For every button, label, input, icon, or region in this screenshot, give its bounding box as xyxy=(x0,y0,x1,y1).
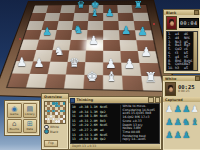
square-d4[interactable] xyxy=(69,40,87,51)
square-e1[interactable] xyxy=(83,75,103,90)
square-c5[interactable] xyxy=(55,30,72,40)
move-list-scrollbar[interactable] xyxy=(193,32,197,70)
analysis-window: Thinking 10+0.381.1MNxd510+0.341.3MQe211… xyxy=(68,96,162,150)
square-h8[interactable] xyxy=(132,5,148,13)
square-f4[interactable] xyxy=(103,40,120,51)
square-d8[interactable] xyxy=(74,5,89,13)
square-h7[interactable] xyxy=(133,13,150,21)
captured-black-knight: ♞ xyxy=(182,117,190,127)
miniboard-panel: Overview White Black Flip xyxy=(41,93,69,150)
analysis-cell: 3.8M xyxy=(90,137,100,142)
tray-title: Captured xyxy=(165,98,183,102)
black-panel-title: Black xyxy=(166,11,176,15)
square-f2[interactable] xyxy=(103,62,122,75)
close-button[interactable] xyxy=(155,97,161,103)
square-c1[interactable] xyxy=(45,74,66,88)
square-h1[interactable] xyxy=(141,76,163,91)
black-player-clock: 00:04 xyxy=(179,18,199,28)
captured-black-pawn: ♟ xyxy=(174,130,182,140)
square-h4[interactable] xyxy=(136,40,155,51)
square-h5[interactable] xyxy=(135,30,153,40)
white-player-portrait xyxy=(165,82,176,96)
square-g8[interactable] xyxy=(117,5,132,13)
square-g6[interactable] xyxy=(118,21,135,30)
shortcut-data-button[interactable]: ⊞ Data xyxy=(23,119,38,134)
square-e5[interactable] xyxy=(87,30,103,40)
move-list-rows: 1.e4d62.d4Nf63.Nc3g64.Be3Bg75.Qd2c66.f3b… xyxy=(168,33,193,71)
flip-board-button[interactable]: Flip xyxy=(44,140,58,147)
square-f1[interactable] xyxy=(103,75,123,90)
black-player-portrait xyxy=(166,16,177,30)
shortcut-label: Rooms xyxy=(10,128,19,131)
square-e4[interactable] xyxy=(86,40,103,51)
miniboard-title: Overview xyxy=(44,95,62,99)
window-buttons xyxy=(148,97,160,103)
square-h6[interactable] xyxy=(134,21,151,30)
captured-black-pawn: ♟ xyxy=(165,117,173,127)
shortcut-label: Data xyxy=(26,128,33,131)
square-h3[interactable] xyxy=(138,51,158,63)
square-c7[interactable] xyxy=(59,13,75,21)
white-player-clock-note: 0:00:25 xyxy=(178,90,199,94)
square-e6[interactable] xyxy=(87,21,103,30)
captured-black-pawn: ♟ xyxy=(182,130,190,140)
captured-black-pawn: ♟ xyxy=(182,104,190,114)
square-c8[interactable] xyxy=(60,5,75,13)
square-e8[interactable] xyxy=(89,5,103,13)
white-player-row: 00:25 0:00:25 xyxy=(163,81,200,97)
square-c6[interactable] xyxy=(57,21,74,30)
square-d3[interactable] xyxy=(68,50,86,62)
square-f3[interactable] xyxy=(103,51,121,63)
move-list: 1.e4d62.d4Nf63.Nc3g64.Be3Bg75.Qd2c66.f3b… xyxy=(166,31,198,71)
legend-black: Black xyxy=(42,129,68,134)
captured-pieces-tray: ♟♟♟♟♟♟♞♝♟♟♟ xyxy=(163,102,200,142)
black-legend-dot xyxy=(44,129,49,134)
square-f6[interactable] xyxy=(103,21,119,30)
minimize-button[interactable] xyxy=(148,97,154,103)
shortcut-game-button[interactable]: ◉ Game xyxy=(7,103,22,118)
square-e7[interactable] xyxy=(88,13,103,21)
analysis-title: Thinking xyxy=(77,98,94,102)
square-f5[interactable] xyxy=(103,30,120,40)
square-d7[interactable] xyxy=(73,13,88,21)
captured-black-pawn: ♟ xyxy=(174,117,182,127)
analysis-cell: Qe2 xyxy=(100,137,118,142)
mini-square xyxy=(63,120,66,123)
square-f7[interactable] xyxy=(103,13,118,21)
captured-black-pawn: ♟ xyxy=(174,104,182,114)
captured-white-pawn: ♟ xyxy=(191,104,199,114)
white-panel-title: White xyxy=(165,77,176,81)
square-g2[interactable] xyxy=(121,63,141,76)
panel-menu-button[interactable] xyxy=(194,10,199,15)
analysis-status: Depth 13 +0.33 xyxy=(70,144,160,149)
shortcuts-panel: ◉ Game ▤ Library ⌂ Rooms ⊞ Data xyxy=(4,100,40,136)
analysis-cell: +0.30 xyxy=(79,137,90,142)
analysis-note-line: reply 14...exd5 xyxy=(123,138,159,142)
white-player-panel: White 00:25 0:00:25 Captured ♟♟♟♟♟♟♞♝♟♟♟ xyxy=(162,75,200,150)
square-e2[interactable] xyxy=(84,62,103,75)
analysis-cell: 13 xyxy=(72,137,79,142)
white-player-clock-block: 00:25 0:00:25 xyxy=(178,84,199,94)
captured-black-bishop: ♝ xyxy=(191,117,199,127)
square-g1[interactable] xyxy=(122,76,143,91)
square-g7[interactable] xyxy=(118,13,134,21)
board-squares xyxy=(8,5,164,91)
shortcut-label: Library xyxy=(25,113,35,116)
mini-piece xyxy=(63,120,66,123)
square-d6[interactable] xyxy=(72,21,88,30)
shortcut-library-button[interactable]: ▤ Library xyxy=(23,103,38,118)
square-c2[interactable] xyxy=(48,62,68,75)
square-g4[interactable] xyxy=(120,40,138,51)
analysis-body: 10+0.381.1MNxd510+0.341.3MQe211+0.381.8M… xyxy=(70,103,160,144)
black-player-panel: Black 00:04 1.e4d62.d4Nf63.Nc3g64.Be3Bg7… xyxy=(163,9,200,74)
legend-white-label: White xyxy=(50,125,59,129)
square-e3[interactable] xyxy=(85,51,103,63)
black-player-row: 00:04 xyxy=(164,15,200,31)
shortcut-rooms-button[interactable]: ⌂ Rooms xyxy=(7,119,22,134)
square-d1[interactable] xyxy=(64,75,84,89)
square-d5[interactable] xyxy=(71,30,88,40)
captured-black-pawn: ♟ xyxy=(165,130,173,140)
square-c3[interactable] xyxy=(50,50,69,62)
mini-2d-board xyxy=(44,101,67,124)
captured-white-pawn: ♟ xyxy=(165,104,173,114)
shortcut-label: Game xyxy=(10,113,18,116)
window-icon xyxy=(70,98,75,103)
legend-black-label: Black xyxy=(50,130,58,134)
square-c4[interactable] xyxy=(53,40,71,51)
square-f8[interactable] xyxy=(103,5,118,13)
square-g5[interactable] xyxy=(119,30,136,40)
square-d2[interactable] xyxy=(66,62,85,75)
panel-menu-button[interactable] xyxy=(195,76,200,81)
analysis-lines: 10+0.381.1MNxd510+0.341.3MQe211+0.381.8M… xyxy=(72,105,118,142)
square-h2[interactable] xyxy=(139,63,160,76)
miniboard-titlebar: Overview xyxy=(42,94,68,99)
analysis-notes: White to move.Considering 14.Nxd5exd5 15… xyxy=(120,105,158,142)
app-root: ♛♚♜♝♟♟♞♟♟♟♞♟♟♟♛♟♟♚♝♜ Black 00:04 1.e4d62… xyxy=(0,0,200,150)
chess-board-3d xyxy=(0,0,180,101)
square-g3[interactable] xyxy=(120,51,139,63)
